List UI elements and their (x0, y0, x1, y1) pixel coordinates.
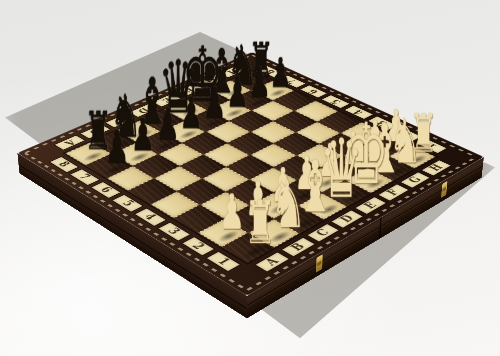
fold-seam-front (379, 217, 382, 239)
scene: 87654321 87654321 ABCDEFGH ABCDEFGH ♜♞♝♛… (0, 0, 500, 356)
piece-shadow (127, 151, 152, 163)
piece-shadow (267, 229, 294, 244)
product-photo: 87654321 87654321 ABCDEFGH ABCDEFGH ♜♞♝♛… (0, 0, 500, 356)
piece-shadow (267, 88, 289, 98)
piece-shadow (80, 150, 105, 162)
chess-board: 87654321 87654321 ABCDEFGH ABCDEFGH ♜♞♝♛… (17, 52, 484, 296)
piece-shadow (382, 141, 406, 154)
square-g2: ♟ (343, 144, 389, 168)
piece-shadow (241, 244, 270, 260)
brass-clasp-icon (316, 254, 323, 272)
piece-shadow (241, 215, 269, 230)
piece-shadow (176, 128, 200, 140)
